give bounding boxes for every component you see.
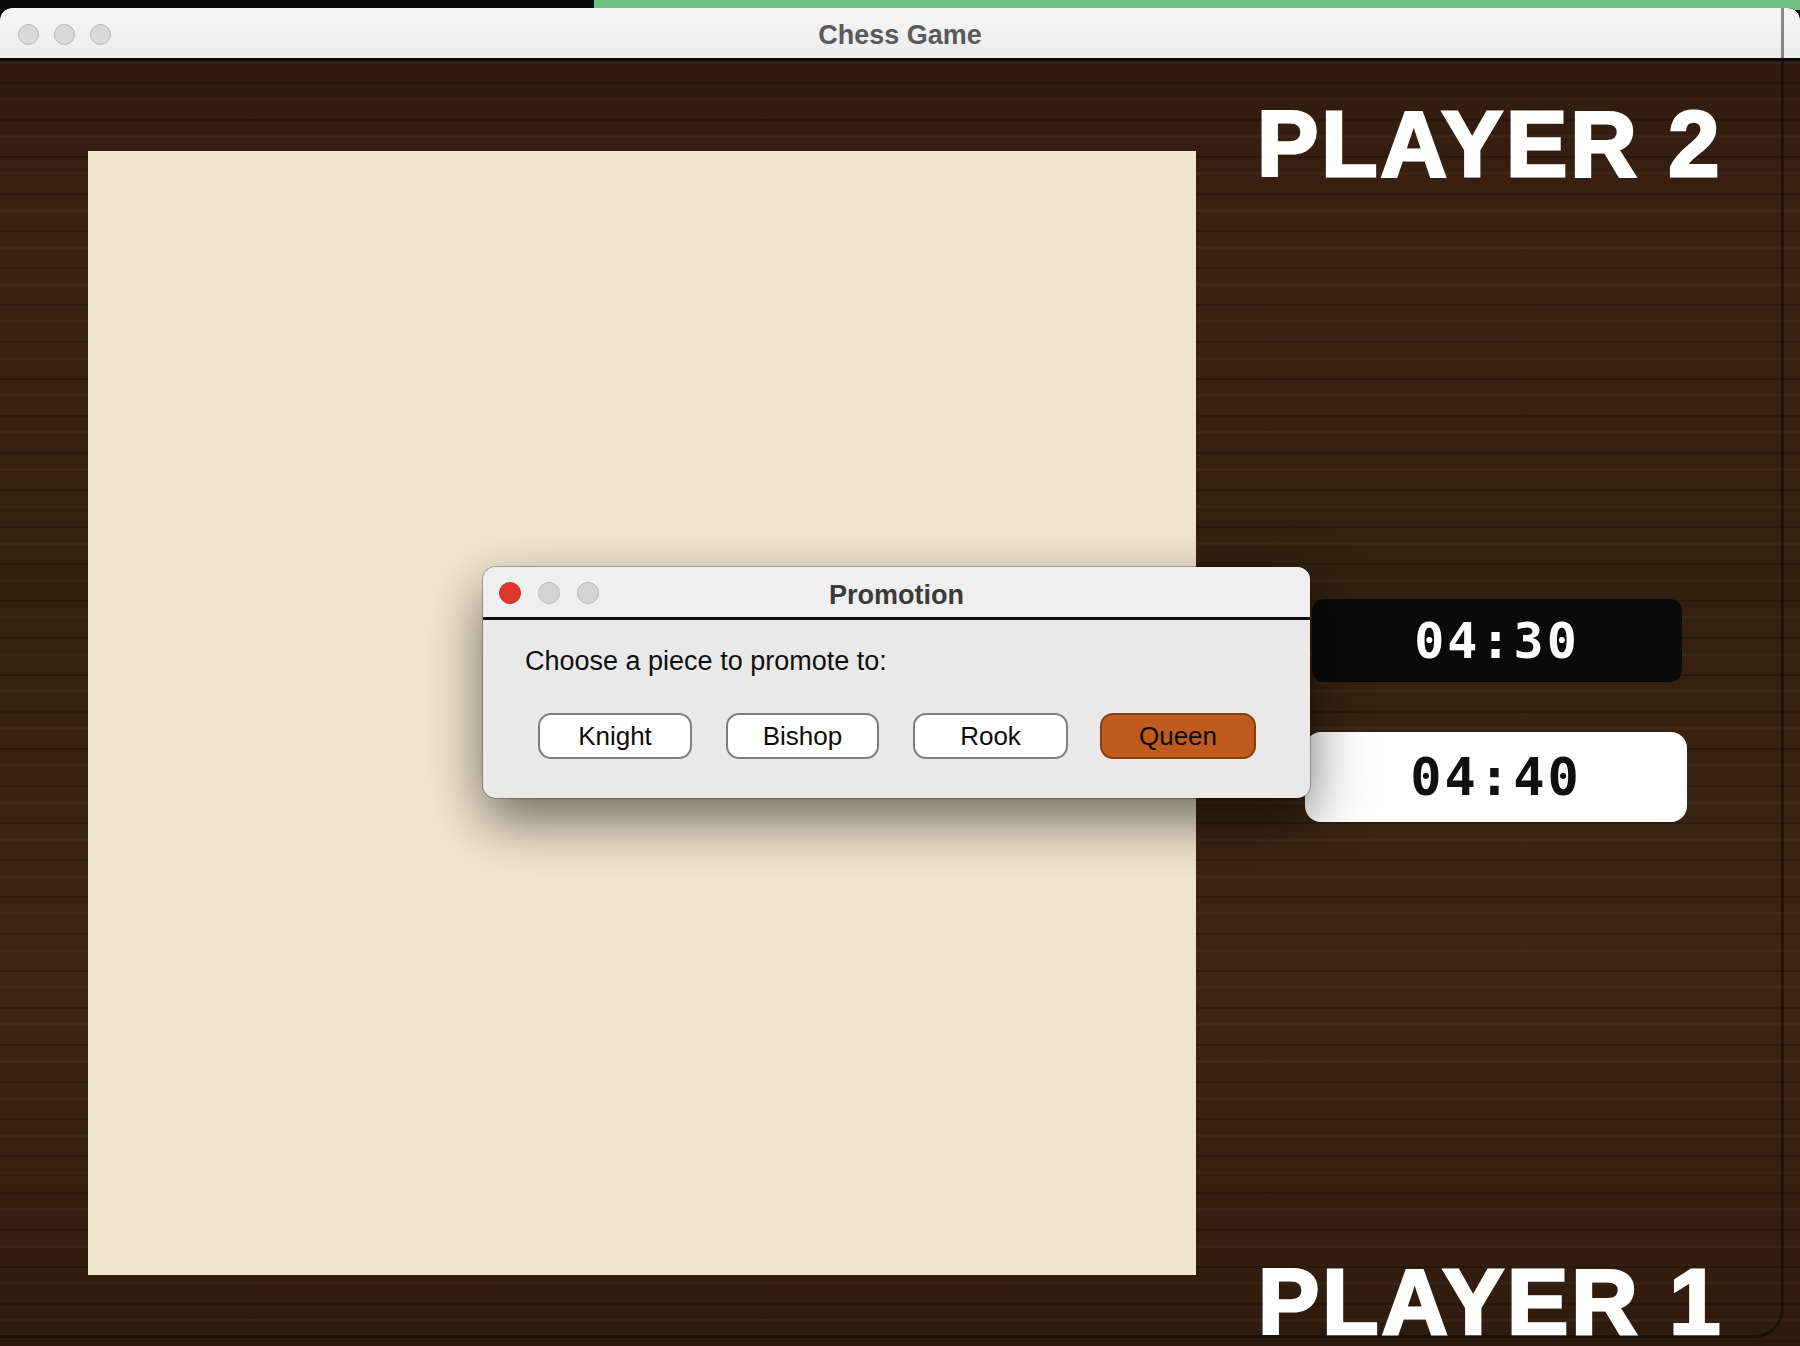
window-title: Chess Game [0,20,1800,51]
player2-label: PLAYER 2 [1257,92,1722,197]
player1-label: PLAYER 1 [1258,1250,1723,1346]
player1-clock: 04:40 [1305,732,1687,822]
promote-rook-button[interactable]: Rook [913,713,1068,759]
promote-bishop-button[interactable]: Bishop [726,713,879,759]
promotion-dialog: Promotion Choose a piece to promote to: … [483,567,1310,798]
player2-clock: 04:30 [1312,599,1682,682]
app-window: Chess Game PLAYER 2 PLAYER 1 04:30 04:40… [0,8,1800,1346]
dialog-title: Promotion [483,580,1310,611]
promotion-prompt: Choose a piece to promote to: [525,646,887,677]
promote-knight-button[interactable]: Knight [538,713,692,759]
dialog-titlebar: Promotion [483,567,1310,620]
promote-queen-button[interactable]: Queen [1100,713,1256,759]
screen: Chess Game PLAYER 2 PLAYER 1 04:30 04:40… [0,0,1800,1346]
window-titlebar: Chess Game [0,8,1800,61]
